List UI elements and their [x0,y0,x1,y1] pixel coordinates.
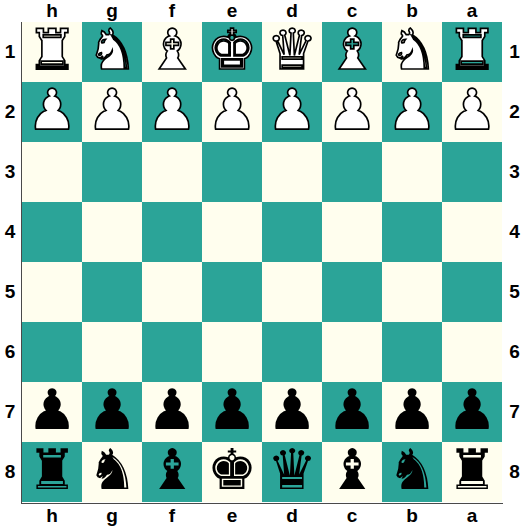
rank-label-left-8: 8 [0,442,20,502]
file-label-bottom-c: c [322,504,382,528]
square-d7[interactable]: ♟ [262,382,322,442]
square-e5[interactable] [202,262,262,322]
file-label-bottom-f: f [142,504,202,528]
piece-black-pawn[interactable]: ♟ [447,380,497,440]
piece-white-pawn[interactable]: ♟ [447,80,497,140]
square-e8[interactable]: ♚ [202,442,262,502]
piece-white-pawn[interactable]: ♟ [267,80,317,140]
rank-label-right-2: 2 [504,82,525,142]
rank-label-left-6: 6 [0,322,20,382]
square-b8[interactable]: ♞ [382,442,442,502]
rank-label-right-1: 1 [504,22,525,82]
piece-white-knight[interactable]: ♞ [87,20,137,80]
chess-app: hgfedcba 12345678 12345678 hgfedcba ♜♞♝♚… [0,0,526,528]
rank-label-right-6: 6 [504,322,525,382]
square-h4[interactable] [22,202,82,262]
square-b2[interactable]: ♟ [382,82,442,142]
square-b1[interactable]: ♞ [382,22,442,82]
square-e7[interactable]: ♟ [202,382,262,442]
square-c4[interactable] [322,202,382,262]
piece-black-knight[interactable]: ♞ [387,440,437,500]
square-e3[interactable] [202,142,262,202]
rank-label-right-8: 8 [504,442,525,502]
file-label-bottom-b: b [382,504,442,528]
rank-label-left-7: 7 [0,382,20,442]
square-c6[interactable] [322,322,382,382]
square-f5[interactable] [142,262,202,322]
piece-black-king[interactable]: ♚ [207,440,257,500]
file-label-bottom-d: d [262,504,322,528]
file-label-bottom-g: g [82,504,142,528]
square-a3[interactable] [442,142,502,202]
piece-white-bishop[interactable]: ♝ [147,20,197,80]
square-a4[interactable] [442,202,502,262]
piece-white-bishop[interactable]: ♝ [327,20,377,80]
square-h5[interactable] [22,262,82,322]
square-b5[interactable] [382,262,442,322]
square-a2[interactable]: ♟ [442,82,502,142]
rank-label-right-3: 3 [504,142,525,202]
square-h3[interactable] [22,142,82,202]
square-b4[interactable] [382,202,442,262]
rank-label-left-4: 4 [0,202,20,262]
rank-label-right-7: 7 [504,382,525,442]
rank-labels-right: 12345678 [504,22,525,502]
square-b3[interactable] [382,142,442,202]
square-b7[interactable]: ♟ [382,382,442,442]
square-c2[interactable]: ♟ [322,82,382,142]
piece-white-pawn[interactable]: ♟ [387,80,437,140]
piece-black-pawn[interactable]: ♟ [87,380,137,440]
square-c7[interactable]: ♟ [322,382,382,442]
rank-label-left-3: 3 [0,142,20,202]
piece-black-rook[interactable]: ♜ [27,440,77,500]
piece-black-queen[interactable]: ♛ [267,440,317,500]
square-d8[interactable]: ♛ [262,442,322,502]
square-e6[interactable] [202,322,262,382]
square-f6[interactable] [142,322,202,382]
file-label-bottom-e: e [202,504,262,528]
square-a5[interactable] [442,262,502,322]
square-e1[interactable]: ♚ [202,22,262,82]
square-c3[interactable] [322,142,382,202]
square-d5[interactable] [262,262,322,322]
piece-black-pawn[interactable]: ♟ [327,380,377,440]
square-d6[interactable] [262,322,322,382]
piece-black-pawn[interactable]: ♟ [387,380,437,440]
square-g7[interactable]: ♟ [82,382,142,442]
square-f3[interactable] [142,142,202,202]
piece-white-pawn[interactable]: ♟ [207,80,257,140]
square-d3[interactable] [262,142,322,202]
square-a1[interactable]: ♜ [442,22,502,82]
square-e2[interactable]: ♟ [202,82,262,142]
piece-white-pawn[interactable]: ♟ [147,80,197,140]
square-f7[interactable]: ♟ [142,382,202,442]
piece-white-pawn[interactable]: ♟ [327,80,377,140]
square-c5[interactable] [322,262,382,322]
square-g1[interactable]: ♞ [82,22,142,82]
file-label-bottom-h: h [22,504,82,528]
square-h6[interactable] [22,322,82,382]
piece-black-pawn[interactable]: ♟ [207,380,257,440]
rank-label-left-5: 5 [0,262,20,322]
piece-black-pawn[interactable]: ♟ [27,380,77,440]
square-b6[interactable] [382,322,442,382]
piece-white-queen[interactable]: ♛ [267,20,317,80]
piece-black-bishop[interactable]: ♝ [327,440,377,500]
piece-white-king[interactable]: ♚ [207,20,257,80]
square-a7[interactable]: ♟ [442,382,502,442]
piece-white-pawn[interactable]: ♟ [87,80,137,140]
chess-board: ♜♞♝♚♛♝♞♜♟♟♟♟♟♟♟♟♟♟♟♟♟♟♟♟♜♞♝♚♛♝♞♜ [21,22,503,504]
square-c1[interactable]: ♝ [322,22,382,82]
square-d1[interactable]: ♛ [262,22,322,82]
piece-black-knight[interactable]: ♞ [87,440,137,500]
file-label-bottom-a: a [442,504,502,528]
piece-black-pawn[interactable]: ♟ [147,380,197,440]
square-g2[interactable]: ♟ [82,82,142,142]
piece-white-rook[interactable]: ♜ [27,20,77,80]
rank-label-right-5: 5 [504,262,525,322]
square-h7[interactable]: ♟ [22,382,82,442]
square-g8[interactable]: ♞ [82,442,142,502]
piece-white-pawn[interactable]: ♟ [27,80,77,140]
square-d2[interactable]: ♟ [262,82,322,142]
square-h8[interactable]: ♜ [22,442,82,502]
piece-black-bishop[interactable]: ♝ [147,440,197,500]
square-f4[interactable] [142,202,202,262]
square-c8[interactable]: ♝ [322,442,382,502]
square-f2[interactable]: ♟ [142,82,202,142]
piece-white-knight[interactable]: ♞ [387,20,437,80]
square-d4[interactable] [262,202,322,262]
square-f1[interactable]: ♝ [142,22,202,82]
rank-labels-left: 12345678 [0,22,20,502]
piece-black-pawn[interactable]: ♟ [267,380,317,440]
square-h1[interactable]: ♜ [22,22,82,82]
piece-white-rook[interactable]: ♜ [447,20,497,80]
rank-label-left-1: 1 [0,22,20,82]
file-labels-bottom: hgfedcba [22,504,502,528]
square-f8[interactable]: ♝ [142,442,202,502]
square-h2[interactable]: ♟ [22,82,82,142]
rank-label-right-4: 4 [504,202,525,262]
square-g6[interactable] [82,322,142,382]
square-a6[interactable] [442,322,502,382]
piece-black-rook[interactable]: ♜ [447,440,497,500]
square-e4[interactable] [202,202,262,262]
square-a8[interactable]: ♜ [442,442,502,502]
rank-label-left-2: 2 [0,82,20,142]
square-g3[interactable] [82,142,142,202]
square-g4[interactable] [82,202,142,262]
square-g5[interactable] [82,262,142,322]
